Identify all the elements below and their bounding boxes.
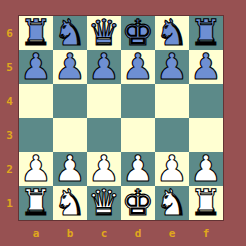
square-f3[interactable]	[189, 118, 223, 152]
square-d3[interactable]	[121, 118, 155, 152]
file-label-b: b	[53, 220, 87, 246]
piece-black-knight[interactable]: ♞	[156, 16, 188, 50]
square-f2[interactable]: ♟	[189, 152, 223, 186]
square-e5[interactable]: ♟	[155, 50, 189, 84]
piece-white-knight[interactable]: ♞	[156, 186, 188, 220]
piece-white-rook[interactable]: ♜	[190, 186, 222, 220]
square-e6[interactable]: ♞	[155, 16, 189, 50]
square-a5[interactable]: ♟	[19, 50, 53, 84]
piece-black-pawn[interactable]: ♟	[122, 50, 154, 84]
file-labels: abcdef	[19, 220, 223, 246]
square-e2[interactable]: ♟	[155, 152, 189, 186]
piece-black-pawn[interactable]: ♟	[156, 50, 188, 84]
piece-white-queen[interactable]: ♛	[88, 186, 120, 220]
piece-black-king[interactable]: ♚	[122, 16, 154, 50]
square-f5[interactable]: ♟	[189, 50, 223, 84]
rank-label-3: 3	[0, 118, 19, 152]
square-a2[interactable]: ♟	[19, 152, 53, 186]
square-b4[interactable]	[53, 84, 87, 118]
square-b5[interactable]: ♟	[53, 50, 87, 84]
piece-black-queen[interactable]: ♛	[88, 16, 120, 50]
piece-black-rook[interactable]: ♜	[190, 16, 222, 50]
square-d4[interactable]	[121, 84, 155, 118]
piece-white-pawn[interactable]: ♟	[190, 152, 222, 186]
square-c3[interactable]	[87, 118, 121, 152]
rank-label-5: 5	[0, 50, 19, 84]
square-c2[interactable]: ♟	[87, 152, 121, 186]
file-label-e: e	[155, 220, 189, 246]
square-a6[interactable]: ♜	[19, 16, 53, 50]
rank-label-1: 1	[0, 186, 19, 220]
rank-label-2: 2	[0, 152, 19, 186]
square-c5[interactable]: ♟	[87, 50, 121, 84]
square-a1[interactable]: ♜	[19, 186, 53, 220]
piece-white-knight[interactable]: ♞	[54, 186, 86, 220]
square-c6[interactable]: ♛	[87, 16, 121, 50]
piece-black-knight[interactable]: ♞	[54, 16, 86, 50]
square-b6[interactable]: ♞	[53, 16, 87, 50]
rank-label-4: 4	[0, 84, 19, 118]
file-label-c: c	[87, 220, 121, 246]
square-d2[interactable]: ♟	[121, 152, 155, 186]
square-b1[interactable]: ♞	[53, 186, 87, 220]
square-e3[interactable]	[155, 118, 189, 152]
square-c1[interactable]: ♛	[87, 186, 121, 220]
piece-black-pawn[interactable]: ♟	[54, 50, 86, 84]
square-d1[interactable]: ♚	[121, 186, 155, 220]
piece-white-pawn[interactable]: ♟	[156, 152, 188, 186]
square-b3[interactable]	[53, 118, 87, 152]
rank-labels: 654321	[0, 16, 19, 220]
piece-white-pawn[interactable]: ♟	[88, 152, 120, 186]
square-a3[interactable]	[19, 118, 53, 152]
square-a4[interactable]	[19, 84, 53, 118]
square-f6[interactable]: ♜	[189, 16, 223, 50]
piece-white-king[interactable]: ♚	[122, 186, 154, 220]
piece-black-pawn[interactable]: ♟	[190, 50, 222, 84]
square-d5[interactable]: ♟	[121, 50, 155, 84]
piece-black-pawn[interactable]: ♟	[20, 50, 52, 84]
piece-white-pawn[interactable]: ♟	[54, 152, 86, 186]
square-e1[interactable]: ♞	[155, 186, 189, 220]
piece-black-pawn[interactable]: ♟	[88, 50, 120, 84]
piece-white-rook[interactable]: ♜	[20, 186, 52, 220]
piece-black-rook[interactable]: ♜	[20, 16, 52, 50]
square-b2[interactable]: ♟	[53, 152, 87, 186]
piece-white-pawn[interactable]: ♟	[122, 152, 154, 186]
square-c4[interactable]	[87, 84, 121, 118]
rank-label-6: 6	[0, 16, 19, 50]
file-label-a: a	[19, 220, 53, 246]
square-f4[interactable]	[189, 84, 223, 118]
square-f1[interactable]: ♜	[189, 186, 223, 220]
square-e4[interactable]	[155, 84, 189, 118]
square-d6[interactable]: ♚	[121, 16, 155, 50]
chess-window: 654321 ♜♞♛♚♞♜♟♟♟♟♟♟♟♟♟♟♟♟♜♞♛♚♞♜ abcdef	[0, 0, 246, 246]
file-label-f: f	[189, 220, 223, 246]
chess-board: ♜♞♛♚♞♜♟♟♟♟♟♟♟♟♟♟♟♟♜♞♛♚♞♜	[19, 16, 223, 220]
file-label-d: d	[121, 220, 155, 246]
piece-white-pawn[interactable]: ♟	[20, 152, 52, 186]
